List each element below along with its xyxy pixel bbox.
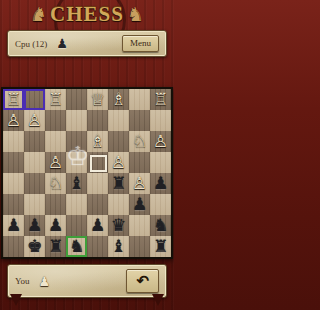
square-d3[interactable] bbox=[66, 194, 87, 215]
square-f1[interactable]: ♝ bbox=[108, 236, 129, 257]
square-a4[interactable] bbox=[3, 173, 24, 194]
black-pawn: ♟ bbox=[87, 215, 108, 236]
white-queen: ♕ bbox=[87, 89, 108, 110]
white-pawn: ♙ bbox=[129, 173, 150, 194]
white-rook: ♖ bbox=[150, 89, 171, 110]
white-rook: ♖ bbox=[45, 89, 66, 110]
white-knight: ♘ bbox=[129, 131, 150, 152]
square-c2[interactable]: ♟ bbox=[45, 215, 66, 236]
square-c6[interactable] bbox=[45, 131, 66, 152]
square-d7[interactable] bbox=[66, 110, 87, 131]
square-c1[interactable]: ♜ bbox=[45, 236, 66, 257]
you-player-bar: You ♟ ↶ bbox=[7, 264, 167, 298]
black-pawn: ♟ bbox=[3, 215, 24, 236]
square-h1[interactable]: ♜ bbox=[150, 236, 171, 257]
white-bishop: ♗ bbox=[87, 131, 108, 152]
square-g2[interactable] bbox=[129, 215, 150, 236]
square-d1[interactable]: ♞ bbox=[66, 236, 87, 257]
cpu-player-label: Cpu (12) bbox=[15, 39, 47, 49]
square-a3[interactable] bbox=[3, 194, 24, 215]
square-a1[interactable] bbox=[3, 236, 24, 257]
square-g8[interactable] bbox=[129, 89, 150, 110]
square-f5[interactable]: ♙ bbox=[108, 152, 129, 173]
square-b8[interactable] bbox=[24, 89, 45, 110]
square-g6[interactable]: ♘ bbox=[129, 131, 150, 152]
white-pawn: ♙ bbox=[24, 110, 45, 131]
square-f6[interactable] bbox=[108, 131, 129, 152]
black-knight: ♞ bbox=[150, 215, 171, 236]
square-d4[interactable]: ♝ bbox=[66, 173, 87, 194]
white-pawn: ♙ bbox=[108, 152, 129, 173]
black-rook: ♜ bbox=[150, 236, 171, 257]
square-c8[interactable]: ♖ bbox=[45, 89, 66, 110]
square-b1[interactable]: ♚ bbox=[24, 236, 45, 257]
square-f8[interactable]: ♗ bbox=[108, 89, 129, 110]
square-a2[interactable]: ♟ bbox=[3, 215, 24, 236]
square-e5[interactable] bbox=[87, 152, 108, 173]
square-h4[interactable]: ♟ bbox=[150, 173, 171, 194]
square-g7[interactable] bbox=[129, 110, 150, 131]
square-h8[interactable]: ♖ bbox=[150, 89, 171, 110]
square-b2[interactable]: ♟ bbox=[24, 215, 45, 236]
square-g1[interactable] bbox=[129, 236, 150, 257]
square-e1[interactable] bbox=[87, 236, 108, 257]
square-a7[interactable]: ♙ bbox=[3, 110, 24, 131]
square-c5[interactable]: ♙ bbox=[45, 152, 66, 173]
white-knight: ♘ bbox=[45, 173, 66, 194]
black-king: ♚ bbox=[24, 236, 45, 257]
square-h5[interactable] bbox=[150, 152, 171, 173]
square-c3[interactable] bbox=[45, 194, 66, 215]
black-knight: ♞ bbox=[66, 236, 87, 257]
square-g4[interactable]: ♙ bbox=[129, 173, 150, 194]
white-rook: ♖ bbox=[3, 89, 24, 110]
square-e4[interactable] bbox=[87, 173, 108, 194]
square-d6[interactable] bbox=[66, 131, 87, 152]
move-target-outline bbox=[90, 155, 107, 172]
chess-board: ♖♖♕♗♖♙♙♗♘♙♙♙♘♝♜♙♟♟♟♟♟♟♛♞♚♜♞♝♜♔ bbox=[1, 87, 173, 259]
white-pawn: ♙ bbox=[3, 110, 24, 131]
black-pawn: ♟ bbox=[45, 215, 66, 236]
cpu-player-bar: Cpu (12) ♟ Menu bbox=[7, 30, 167, 57]
white-pawn: ♙ bbox=[150, 131, 171, 152]
square-e6[interactable]: ♗ bbox=[87, 131, 108, 152]
black-bishop: ♝ bbox=[66, 173, 87, 194]
knight-right-icon: ♞ bbox=[127, 5, 144, 24]
square-b3[interactable] bbox=[24, 194, 45, 215]
square-b6[interactable] bbox=[24, 131, 45, 152]
square-f2[interactable]: ♛ bbox=[108, 215, 129, 236]
square-c7[interactable] bbox=[45, 110, 66, 131]
white-bishop: ♗ bbox=[108, 89, 129, 110]
square-f4[interactable]: ♜ bbox=[108, 173, 129, 194]
black-pawn: ♟ bbox=[24, 215, 45, 236]
square-b5[interactable] bbox=[24, 152, 45, 173]
square-e7[interactable] bbox=[87, 110, 108, 131]
ribbon-decoration-left bbox=[10, 294, 22, 306]
white-pawn: ♙ bbox=[45, 152, 66, 173]
square-h7[interactable] bbox=[150, 110, 171, 131]
square-a6[interactable] bbox=[3, 131, 24, 152]
square-a8[interactable]: ♖ bbox=[3, 89, 24, 110]
black-queen: ♛ bbox=[108, 215, 129, 236]
square-h2[interactable]: ♞ bbox=[150, 215, 171, 236]
app-title: CHESS bbox=[50, 2, 124, 27]
menu-button[interactable]: Menu bbox=[122, 35, 159, 52]
ribbon-decoration-right bbox=[152, 294, 164, 306]
black-pawn: ♟ bbox=[150, 173, 171, 194]
black-rook: ♜ bbox=[108, 173, 129, 194]
square-d5[interactable] bbox=[66, 152, 87, 173]
square-d2[interactable] bbox=[66, 215, 87, 236]
undo-button[interactable]: ↶ bbox=[126, 269, 159, 293]
black-pawn: ♟ bbox=[129, 194, 150, 215]
white-pawn-icon: ♟ bbox=[39, 275, 51, 288]
square-d8[interactable] bbox=[66, 89, 87, 110]
square-e8[interactable]: ♕ bbox=[87, 89, 108, 110]
square-e2[interactable]: ♟ bbox=[87, 215, 108, 236]
square-g3[interactable]: ♟ bbox=[129, 194, 150, 215]
black-rook: ♜ bbox=[45, 236, 66, 257]
square-b7[interactable]: ♙ bbox=[24, 110, 45, 131]
square-e3[interactable] bbox=[87, 194, 108, 215]
you-player-label: You bbox=[15, 276, 30, 286]
square-b4[interactable] bbox=[24, 173, 45, 194]
square-f3[interactable] bbox=[108, 194, 129, 215]
square-g5[interactable] bbox=[129, 152, 150, 173]
square-c4[interactable]: ♘ bbox=[45, 173, 66, 194]
knight-left-icon: ♞ bbox=[30, 5, 47, 24]
black-pawn-icon: ♟ bbox=[56, 37, 68, 50]
square-f7[interactable] bbox=[108, 110, 129, 131]
square-h3[interactable] bbox=[150, 194, 171, 215]
square-h6[interactable]: ♙ bbox=[150, 131, 171, 152]
black-bishop: ♝ bbox=[108, 236, 129, 257]
app-header: ♞ CHESS ♞ bbox=[0, 0, 174, 29]
square-a5[interactable] bbox=[3, 152, 24, 173]
